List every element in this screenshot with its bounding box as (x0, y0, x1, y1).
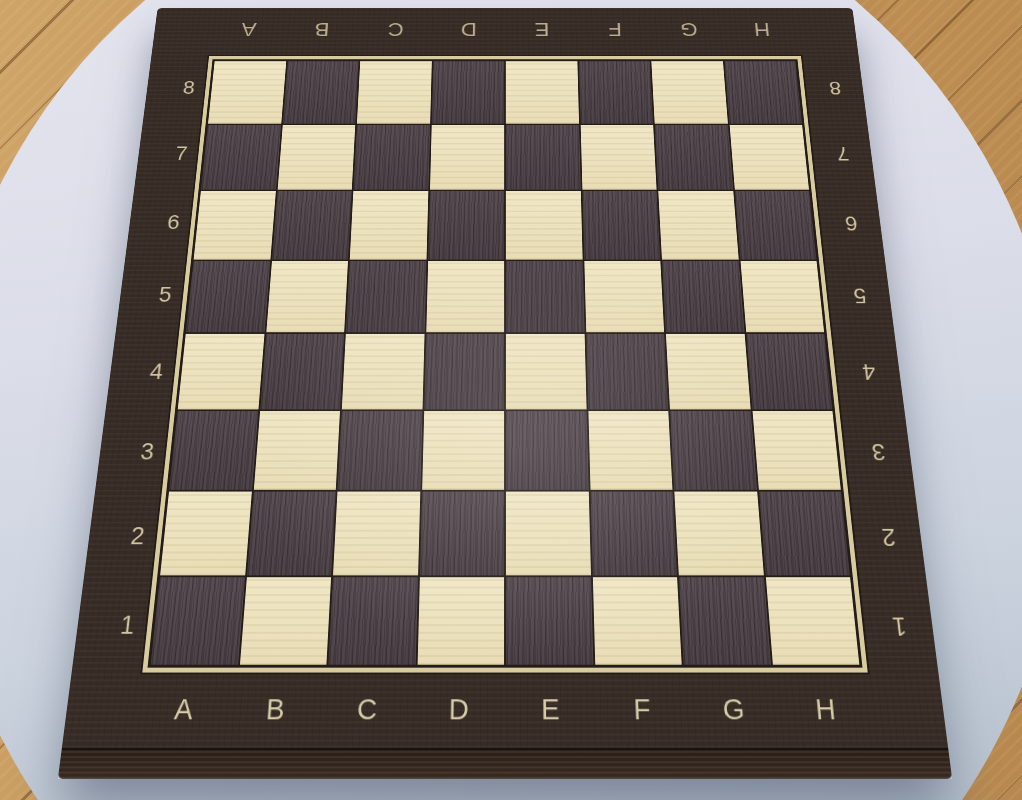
rank-label-right-2: 2 (851, 494, 926, 581)
file-label-bottom-d: D (413, 687, 505, 731)
file-label-bottom-b: B (228, 687, 323, 731)
square-c3 (338, 411, 423, 490)
rank-label-left-1: 1 (72, 581, 150, 673)
file-label-bottom-g: G (687, 687, 782, 731)
rank-label-left-3: 3 (95, 411, 168, 493)
file-label-bottom-a: A (136, 687, 232, 731)
square-h1 (765, 577, 859, 665)
square-f8 (579, 61, 654, 123)
square-c4 (342, 334, 424, 409)
square-g5 (662, 261, 744, 333)
square-h8 (724, 61, 802, 123)
board-frame: ABCDEFGH ABCDEFGH 87654321 87654321 (62, 8, 948, 748)
square-e1 (506, 577, 593, 665)
square-d8 (431, 61, 504, 123)
square-e4 (506, 334, 586, 409)
square-f1 (592, 577, 681, 665)
file-label-bottom-c: C (320, 687, 413, 731)
square-a7 (201, 125, 281, 190)
square-b8 (282, 61, 358, 123)
board-edge (58, 748, 952, 779)
square-b4 (260, 334, 344, 409)
square-h7 (729, 125, 809, 190)
rank-label-right-4: 4 (833, 333, 904, 411)
board-grid (151, 61, 860, 664)
square-e2 (506, 492, 591, 575)
square-c5 (346, 261, 426, 333)
rank-label-left-5: 5 (116, 259, 185, 333)
square-g4 (666, 334, 750, 409)
square-b1 (239, 577, 331, 665)
square-a6 (194, 191, 276, 259)
square-h5 (740, 261, 824, 333)
rank-label-left-2: 2 (84, 494, 159, 581)
file-label-top-c: C (358, 16, 432, 44)
file-label-bottom-e: E (505, 687, 597, 731)
square-f5 (584, 261, 664, 333)
square-d4 (424, 334, 504, 409)
square-c7 (353, 125, 429, 190)
file-label-top-g: G (651, 16, 726, 44)
rank-label-right-5: 5 (825, 259, 894, 333)
square-f3 (588, 411, 673, 490)
file-label-bottom-h: H (778, 687, 874, 731)
square-d6 (428, 191, 504, 259)
square-g8 (651, 61, 727, 123)
file-label-top-h: H (724, 16, 800, 44)
square-d1 (417, 577, 504, 665)
square-a4 (178, 334, 264, 409)
file-label-top-d: D (431, 16, 505, 44)
file-label-top-e: E (505, 16, 579, 44)
square-g7 (655, 125, 733, 190)
rank-label-right-8: 8 (803, 56, 867, 120)
playing-area (142, 56, 867, 673)
rank-label-left-8: 8 (143, 56, 207, 120)
square-b7 (277, 125, 355, 190)
square-h3 (752, 411, 841, 490)
square-f7 (580, 125, 656, 190)
square-b5 (266, 261, 348, 333)
square-a3 (169, 411, 258, 490)
square-d5 (426, 261, 504, 333)
square-g2 (674, 492, 763, 575)
square-g6 (658, 191, 738, 259)
square-b2 (247, 492, 336, 575)
square-d3 (422, 411, 504, 490)
square-f4 (586, 334, 668, 409)
square-b6 (272, 191, 352, 259)
square-h6 (735, 191, 817, 259)
rank-label-left-7: 7 (134, 120, 199, 187)
square-e3 (506, 411, 588, 490)
square-f2 (590, 492, 677, 575)
rank-label-left-6: 6 (125, 188, 192, 259)
file-label-top-b: B (284, 16, 359, 44)
file-label-top-a: A (210, 16, 286, 44)
square-e7 (506, 125, 581, 190)
square-a5 (186, 261, 270, 333)
rank-label-left-4: 4 (105, 333, 176, 411)
file-labels-top: ABCDEFGH (210, 16, 799, 44)
square-f6 (582, 191, 660, 259)
square-a8 (208, 61, 286, 123)
rank-label-right-7: 7 (810, 120, 875, 187)
square-h4 (746, 334, 832, 409)
rank-label-right-1: 1 (861, 581, 939, 673)
square-g1 (679, 577, 771, 665)
square-d7 (430, 125, 505, 190)
square-c2 (333, 492, 420, 575)
rank-label-right-3: 3 (842, 411, 915, 493)
chessboard: ABCDEFGH ABCDEFGH 87654321 87654321 (58, 8, 952, 779)
square-c1 (328, 577, 417, 665)
scene: ABCDEFGH ABCDEFGH 87654321 87654321 (0, 0, 1022, 800)
square-a1 (151, 577, 245, 665)
square-b3 (253, 411, 340, 490)
square-e6 (506, 191, 582, 259)
file-labels-bottom: ABCDEFGH (136, 687, 874, 731)
square-d2 (419, 492, 504, 575)
file-label-top-f: F (578, 16, 652, 44)
square-a2 (160, 492, 251, 575)
square-c6 (350, 191, 428, 259)
square-h2 (759, 492, 850, 575)
square-g3 (670, 411, 757, 490)
square-e5 (506, 261, 584, 333)
rank-label-right-6: 6 (818, 188, 885, 259)
square-c8 (357, 61, 432, 123)
square-e8 (506, 61, 579, 123)
file-label-bottom-f: F (596, 687, 689, 731)
